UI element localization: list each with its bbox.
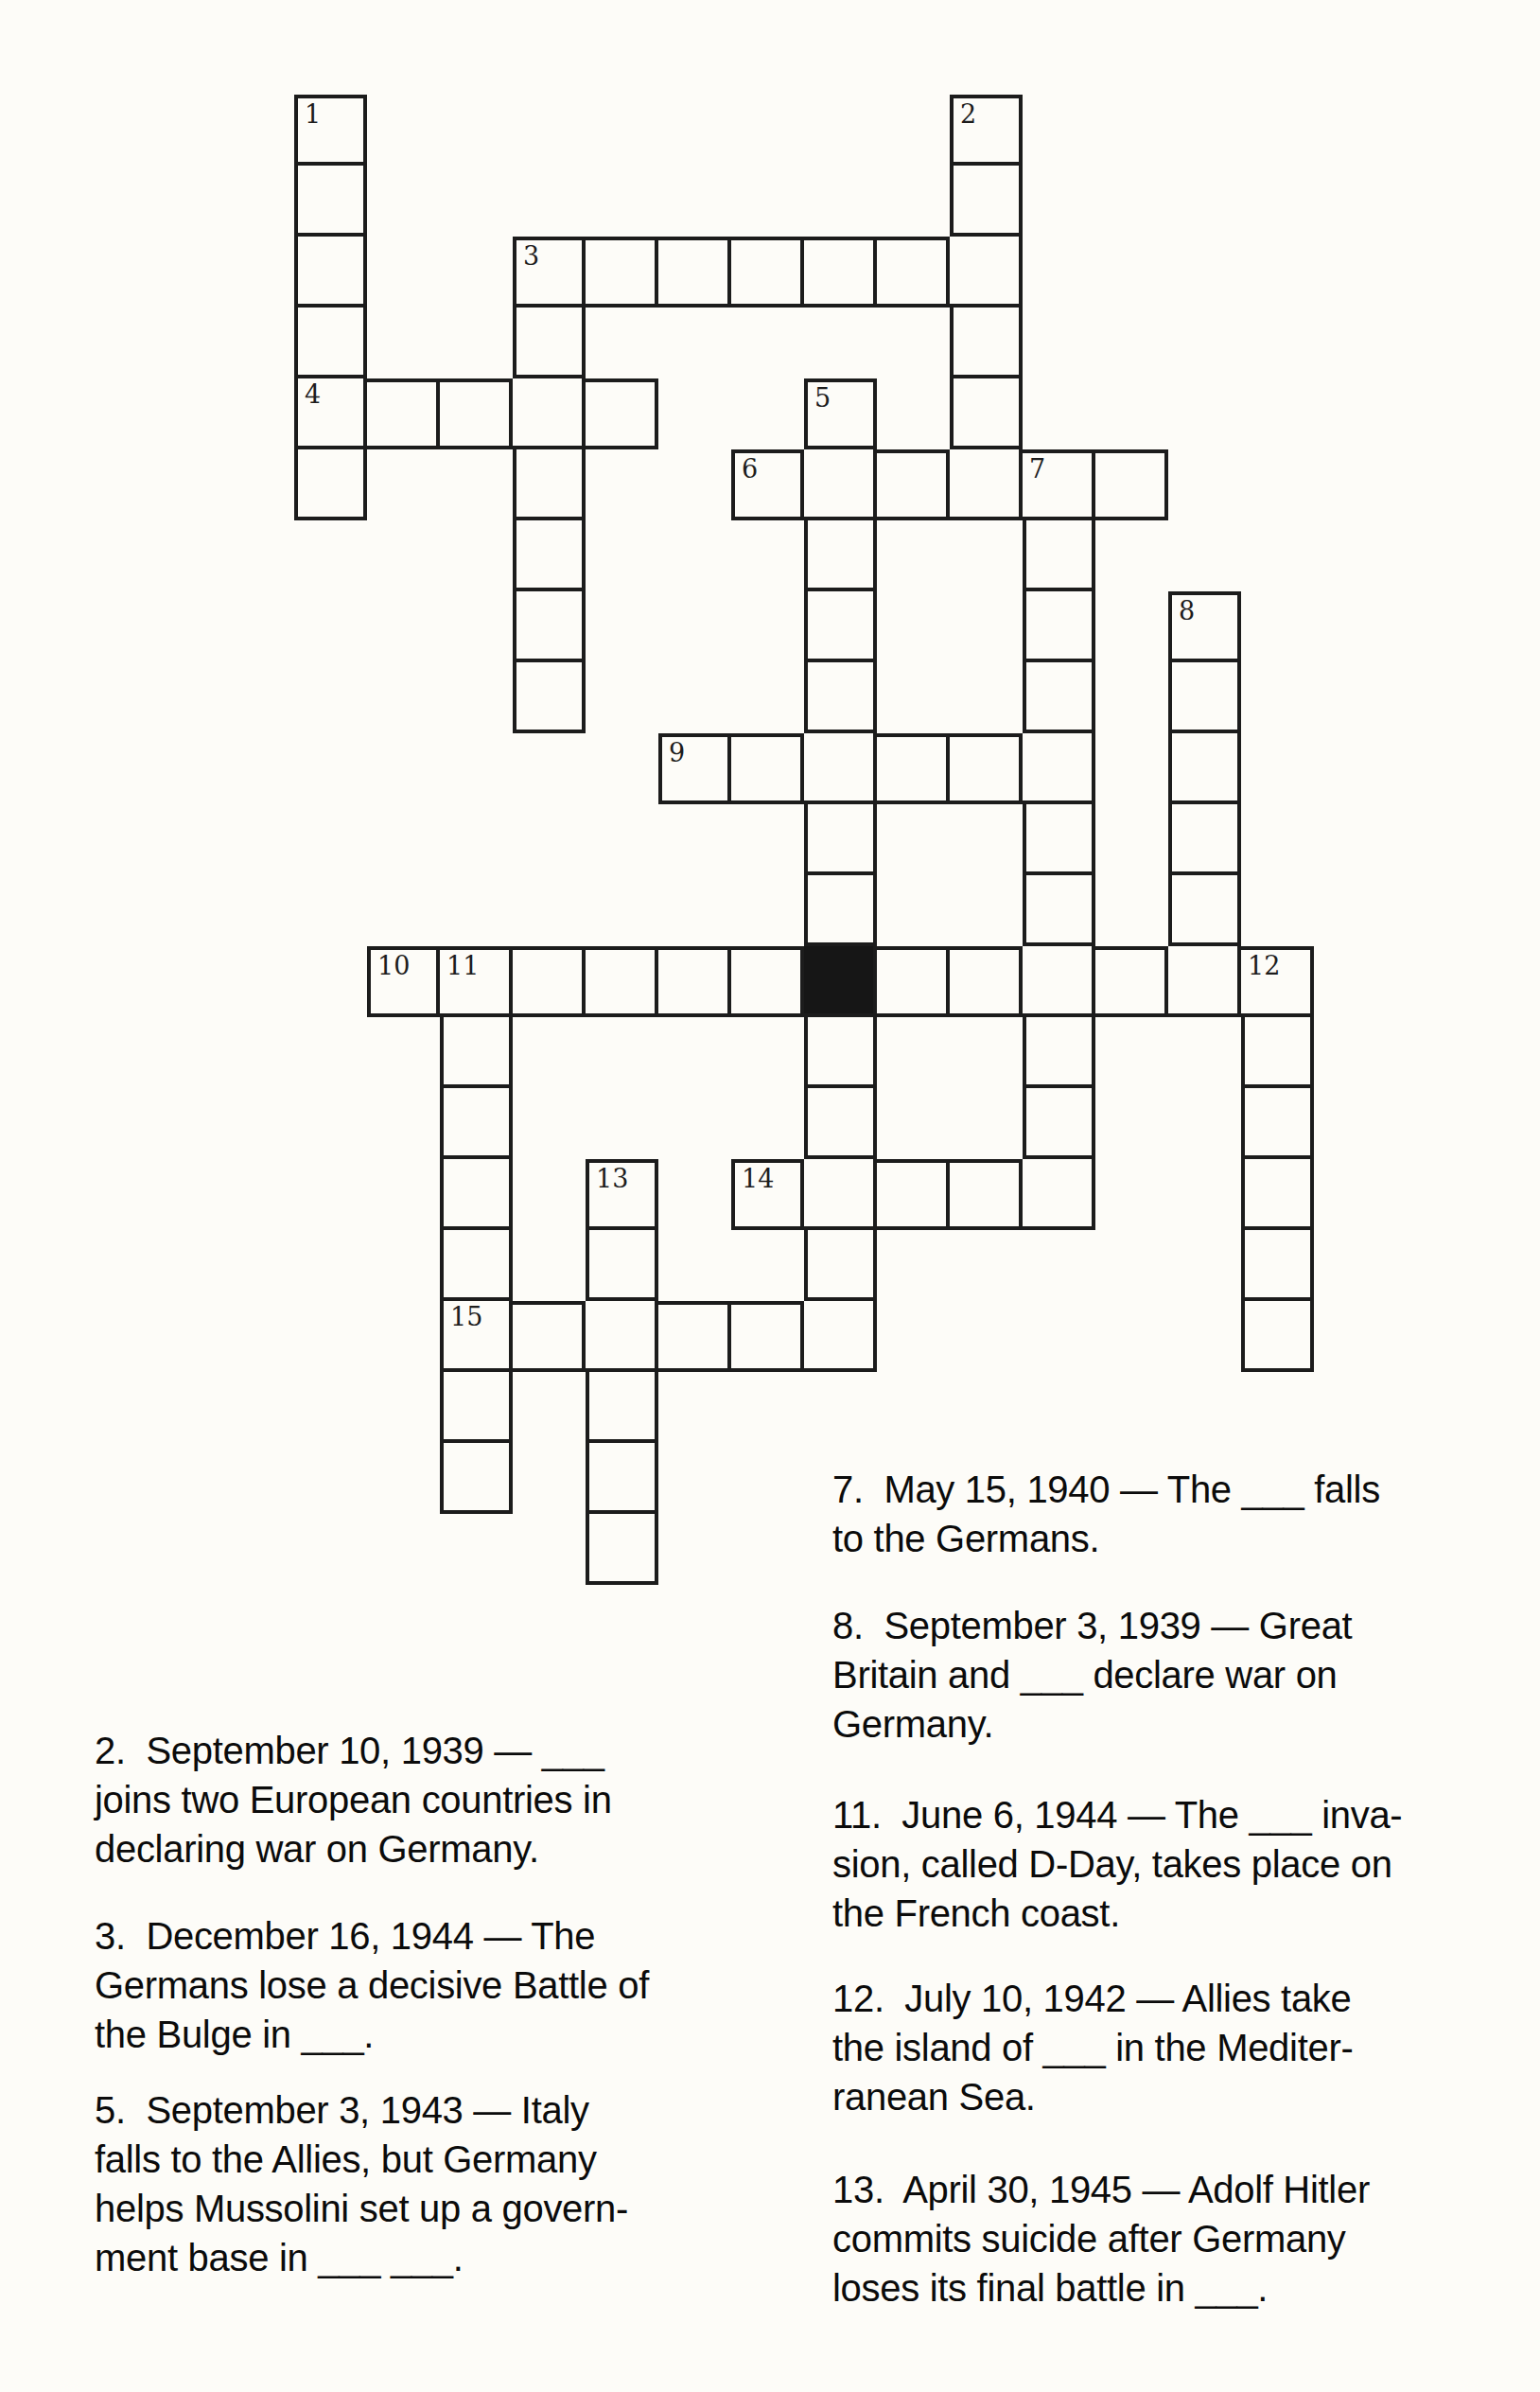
- cell-r15c2[interactable]: [440, 1159, 513, 1230]
- cell-r4c7[interactable]: 5: [804, 378, 877, 449]
- cell-r17c2[interactable]: 15: [440, 1301, 513, 1372]
- cell-r12c5[interactable]: [658, 946, 731, 1017]
- cell-r12c3[interactable]: [513, 946, 586, 1017]
- cell-r8c12[interactable]: [1168, 662, 1241, 733]
- cell-r12c10[interactable]: [1023, 946, 1095, 1017]
- cell-r11c12[interactable]: [1168, 875, 1241, 946]
- cell-r4c0[interactable]: 4: [294, 378, 367, 449]
- cell-r16c2[interactable]: [440, 1230, 513, 1301]
- cell-r10c7[interactable]: [804, 804, 877, 875]
- clue-13: 13. April 30, 1945 — Adolf Hitler commit…: [832, 2165, 1495, 2313]
- cell-r6c10[interactable]: [1023, 520, 1095, 591]
- cell-r2c0[interactable]: [294, 237, 367, 308]
- clue-3: 3. December 16, 1944 — The Germans lose …: [95, 1911, 757, 2059]
- cell-r10c10[interactable]: [1023, 804, 1095, 875]
- cell-r2c8[interactable]: [877, 237, 950, 308]
- cell-number-9: 9: [669, 740, 685, 765]
- cell-r8c3[interactable]: [513, 662, 586, 733]
- cell-r15c4[interactable]: 13: [586, 1159, 658, 1230]
- cell-number-10: 10: [377, 953, 410, 978]
- cell-number-13: 13: [596, 1166, 628, 1191]
- cell-r12c9[interactable]: [950, 946, 1023, 1017]
- cell-r10c12[interactable]: [1168, 804, 1241, 875]
- cell-r14c2[interactable]: [440, 1088, 513, 1159]
- cell-r5c8[interactable]: [877, 449, 950, 520]
- cell-r5c6[interactable]: 6: [731, 449, 804, 520]
- cell-r2c9[interactable]: [950, 237, 1023, 308]
- cell-r9c5[interactable]: 9: [658, 733, 731, 804]
- clue-2: 2. September 10, 1939 — ___ joins two Eu…: [95, 1726, 757, 1873]
- cell-r2c5[interactable]: [658, 237, 731, 308]
- cell-r9c9[interactable]: [950, 733, 1023, 804]
- clue-8: 8. September 3, 1939 — Great Britain and…: [832, 1601, 1495, 1749]
- cell-r2c7[interactable]: [804, 237, 877, 308]
- cell-r4c4[interactable]: [586, 378, 658, 449]
- cell-r1c0[interactable]: [294, 166, 367, 237]
- cell-r7c7[interactable]: [804, 591, 877, 662]
- cell-r17c5[interactable]: [658, 1301, 731, 1372]
- cell-r16c7[interactable]: [804, 1230, 877, 1301]
- clue-5: 5. September 3, 1943 — Italy falls to th…: [95, 2085, 757, 2282]
- cell-r2c3[interactable]: 3: [513, 237, 586, 308]
- cell-r13c7[interactable]: [804, 1017, 877, 1088]
- cell-r3c0[interactable]: [294, 308, 367, 378]
- clue-7: 7. May 15, 1940 — The ___ falls to the G…: [832, 1465, 1495, 1563]
- cell-number-7: 7: [1029, 456, 1045, 482]
- cell-r16c4[interactable]: [586, 1230, 658, 1301]
- cell-r15c6[interactable]: 14: [731, 1159, 804, 1230]
- cell-number-4: 4: [305, 381, 321, 407]
- cell-r12c8[interactable]: [877, 946, 950, 1017]
- cell-r13c2[interactable]: [440, 1017, 513, 1088]
- cell-r4c2[interactable]: [440, 378, 513, 449]
- cell-number-2: 2: [960, 101, 976, 127]
- clue-11: 11. June 6, 1944 — The ___ inva- sion, c…: [832, 1790, 1495, 1938]
- cell-r12c11[interactable]: [1095, 946, 1168, 1017]
- cell-r12c6[interactable]: [731, 946, 804, 1017]
- cell-r19c4[interactable]: [586, 1443, 658, 1514]
- cell-r3c9[interactable]: [950, 308, 1023, 378]
- cell-r5c9[interactable]: [950, 449, 1023, 520]
- cell-r17c3[interactable]: [513, 1301, 586, 1372]
- cell-r9c10[interactable]: [1023, 733, 1095, 804]
- cell-r17c6[interactable]: [731, 1301, 804, 1372]
- cell-r14c13[interactable]: [1241, 1088, 1314, 1159]
- cell-r15c13[interactable]: [1241, 1159, 1314, 1230]
- cell-r12c4[interactable]: [586, 946, 658, 1017]
- cell-r13c13[interactable]: [1241, 1017, 1314, 1088]
- cell-r19c2[interactable]: [440, 1443, 513, 1514]
- cell-r15c7[interactable]: [804, 1159, 877, 1230]
- cell-r8c10[interactable]: [1023, 662, 1095, 733]
- cell-r6c7[interactable]: [804, 520, 877, 591]
- cell-r6c3[interactable]: [513, 520, 586, 591]
- cell-number-5: 5: [814, 385, 831, 411]
- cell-r17c13[interactable]: [1241, 1301, 1314, 1372]
- cell-number-11: 11: [446, 953, 479, 978]
- clue-12: 12. July 10, 1942 — Allies take the isla…: [832, 1974, 1495, 2121]
- cell-number-3: 3: [523, 243, 539, 269]
- cell-number-1: 1: [305, 101, 321, 127]
- cell-r16c13[interactable]: [1241, 1230, 1314, 1301]
- worksheet-page: 123456789101112131415 2. September 10, 1…: [0, 0, 1540, 2392]
- cell-r12c12[interactable]: [1168, 946, 1241, 1017]
- cell-r12c7-black: [804, 946, 877, 1017]
- cell-r13c10[interactable]: [1023, 1017, 1095, 1088]
- cell-r12c13[interactable]: 12: [1241, 946, 1314, 1017]
- crossword-grid: 123456789101112131415: [294, 95, 1314, 1585]
- cell-r8c7[interactable]: [804, 662, 877, 733]
- cell-r14c7[interactable]: [804, 1088, 877, 1159]
- cell-r5c0[interactable]: [294, 449, 367, 520]
- cell-r9c12[interactable]: [1168, 733, 1241, 804]
- cell-r5c11[interactable]: [1095, 449, 1168, 520]
- cell-r2c6[interactable]: [731, 237, 804, 308]
- cell-r5c3[interactable]: [513, 449, 586, 520]
- cell-number-14: 14: [742, 1166, 774, 1191]
- cell-r0c9[interactable]: 2: [950, 95, 1023, 166]
- cell-r15c9[interactable]: [950, 1159, 1023, 1230]
- cell-r14c10[interactable]: [1023, 1088, 1095, 1159]
- cell-number-12: 12: [1248, 953, 1280, 978]
- cell-r20c4[interactable]: [586, 1514, 658, 1585]
- cell-r17c7[interactable]: [804, 1301, 877, 1372]
- cell-r1c9[interactable]: [950, 166, 1023, 237]
- cell-number-6: 6: [742, 456, 758, 482]
- cell-r11c10[interactable]: [1023, 875, 1095, 946]
- cell-r0c0[interactable]: 1: [294, 95, 367, 166]
- cell-r9c8[interactable]: [877, 733, 950, 804]
- cell-r4c9[interactable]: [950, 378, 1023, 449]
- cell-r9c6[interactable]: [731, 733, 804, 804]
- cell-r5c7[interactable]: [804, 449, 877, 520]
- cell-r9c7[interactable]: [804, 733, 877, 804]
- cell-r15c10[interactable]: [1023, 1159, 1095, 1230]
- cell-r7c12[interactable]: 8: [1168, 591, 1241, 662]
- cell-r3c3[interactable]: [513, 308, 586, 378]
- cell-r15c8[interactable]: [877, 1159, 950, 1230]
- cell-number-8: 8: [1179, 598, 1195, 624]
- cell-r12c2[interactable]: 11: [440, 946, 513, 1017]
- cell-r12c1[interactable]: 10: [367, 946, 440, 1017]
- cell-number-15: 15: [450, 1304, 482, 1329]
- cell-r4c3[interactable]: [513, 378, 586, 449]
- cell-r18c2[interactable]: [440, 1372, 513, 1443]
- cell-r11c7[interactable]: [804, 875, 877, 946]
- cell-r7c3[interactable]: [513, 591, 586, 662]
- cell-r4c1[interactable]: [367, 378, 440, 449]
- cell-r18c4[interactable]: [586, 1372, 658, 1443]
- cell-r17c4[interactable]: [586, 1301, 658, 1372]
- cell-r5c10[interactable]: 7: [1023, 449, 1095, 520]
- cell-r7c10[interactable]: [1023, 591, 1095, 662]
- cell-r2c4[interactable]: [586, 237, 658, 308]
